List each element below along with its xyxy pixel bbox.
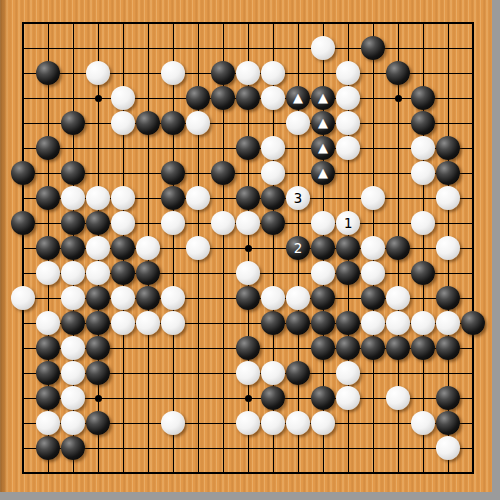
black-stone[interactable] — [261, 186, 285, 210]
black-stone[interactable] — [86, 286, 110, 310]
white-stone[interactable] — [286, 286, 310, 310]
white-stone[interactable] — [61, 411, 85, 435]
go-board[interactable]: ▲▲▲▲▲312 — [0, 0, 500, 500]
black-stone[interactable] — [136, 261, 160, 285]
black-stone[interactable] — [36, 436, 60, 460]
black-stone[interactable] — [386, 236, 410, 260]
white-stone[interactable] — [61, 186, 85, 210]
white-stone[interactable] — [336, 86, 360, 110]
black-stone[interactable] — [61, 311, 85, 335]
white-stone[interactable] — [236, 411, 260, 435]
white-stone[interactable] — [361, 261, 385, 285]
white-stone[interactable] — [336, 361, 360, 385]
black-stone[interactable] — [436, 286, 460, 310]
black-stone[interactable] — [336, 236, 360, 260]
board-shadow-bottom — [0, 492, 500, 500]
black-stone[interactable] — [411, 86, 435, 110]
black-stone[interactable] — [36, 236, 60, 260]
white-stone[interactable] — [411, 411, 435, 435]
black-stone[interactable] — [36, 386, 60, 410]
black-stone[interactable] — [36, 136, 60, 160]
white-stone[interactable] — [111, 286, 135, 310]
black-stone[interactable] — [311, 86, 335, 110]
black-stone[interactable] — [311, 236, 335, 260]
black-stone[interactable] — [361, 36, 385, 60]
white-stone[interactable] — [411, 161, 435, 185]
black-stone[interactable] — [411, 336, 435, 360]
white-stone[interactable] — [186, 236, 210, 260]
black-stone[interactable] — [61, 111, 85, 135]
go-app-window: ▲▲▲▲▲312 — [0, 0, 500, 500]
black-stone[interactable] — [236, 336, 260, 360]
black-stone[interactable] — [411, 261, 435, 285]
white-stone[interactable] — [136, 311, 160, 335]
white-stone[interactable] — [286, 111, 310, 135]
white-stone[interactable] — [186, 111, 210, 135]
black-stone[interactable] — [311, 111, 335, 135]
black-stone[interactable] — [61, 211, 85, 235]
white-stone[interactable] — [61, 336, 85, 360]
white-stone[interactable] — [336, 111, 360, 135]
black-stone[interactable] — [286, 361, 310, 385]
black-stone[interactable] — [311, 161, 335, 185]
white-stone[interactable] — [236, 61, 260, 85]
white-stone[interactable] — [86, 236, 110, 260]
white-stone[interactable] — [261, 161, 285, 185]
white-stone[interactable] — [36, 311, 60, 335]
white-stone[interactable] — [61, 286, 85, 310]
black-stone[interactable] — [236, 286, 260, 310]
white-stone[interactable] — [261, 136, 285, 160]
white-stone[interactable] — [361, 236, 385, 260]
black-stone[interactable] — [111, 261, 135, 285]
black-stone[interactable] — [411, 111, 435, 135]
white-stone[interactable] — [136, 236, 160, 260]
white-stone[interactable] — [436, 186, 460, 210]
black-stone[interactable] — [236, 136, 260, 160]
black-stone[interactable] — [211, 86, 235, 110]
black-stone[interactable] — [261, 386, 285, 410]
white-stone[interactable] — [161, 211, 185, 235]
black-stone[interactable] — [436, 136, 460, 160]
white-stone[interactable] — [261, 86, 285, 110]
white-stone[interactable] — [336, 211, 360, 235]
black-stone[interactable] — [86, 311, 110, 335]
black-stone[interactable] — [286, 236, 310, 260]
black-stone[interactable] — [336, 336, 360, 360]
black-stone[interactable] — [36, 61, 60, 85]
white-stone[interactable] — [161, 311, 185, 335]
white-stone[interactable] — [386, 286, 410, 310]
black-stone[interactable] — [361, 336, 385, 360]
white-stone[interactable] — [436, 436, 460, 460]
black-stone[interactable] — [186, 86, 210, 110]
black-stone[interactable] — [261, 311, 285, 335]
white-stone[interactable] — [336, 386, 360, 410]
black-stone[interactable] — [311, 311, 335, 335]
black-stone[interactable] — [311, 136, 335, 160]
black-stone[interactable] — [386, 336, 410, 360]
black-stone[interactable] — [236, 186, 260, 210]
board-shadow-right — [492, 0, 500, 500]
grid-line-horizontal — [22, 448, 474, 449]
black-stone[interactable] — [236, 86, 260, 110]
white-stone[interactable] — [436, 311, 460, 335]
black-stone[interactable] — [111, 236, 135, 260]
black-stone[interactable] — [11, 211, 35, 235]
black-stone[interactable] — [86, 336, 110, 360]
black-stone[interactable] — [86, 411, 110, 435]
white-stone[interactable] — [211, 211, 235, 235]
grid-line-horizontal — [22, 472, 474, 474]
white-stone[interactable] — [11, 286, 35, 310]
white-stone[interactable] — [361, 186, 385, 210]
star-point — [95, 95, 102, 102]
black-stone[interactable] — [61, 236, 85, 260]
black-stone[interactable] — [311, 286, 335, 310]
white-stone[interactable] — [311, 261, 335, 285]
black-stone[interactable] — [136, 111, 160, 135]
black-stone[interactable] — [311, 386, 335, 410]
white-stone[interactable] — [86, 186, 110, 210]
black-stone[interactable] — [211, 61, 235, 85]
white-stone[interactable] — [236, 261, 260, 285]
white-stone[interactable] — [361, 311, 385, 335]
black-stone[interactable] — [461, 311, 485, 335]
white-stone[interactable] — [111, 111, 135, 135]
white-stone[interactable] — [111, 211, 135, 235]
black-stone[interactable] — [36, 336, 60, 360]
white-stone[interactable] — [61, 386, 85, 410]
black-stone[interactable] — [36, 186, 60, 210]
star-point — [95, 395, 102, 402]
black-stone[interactable] — [261, 211, 285, 235]
white-stone[interactable] — [311, 411, 335, 435]
white-stone[interactable] — [161, 411, 185, 435]
white-stone[interactable] — [411, 311, 435, 335]
white-stone[interactable] — [261, 361, 285, 385]
black-stone[interactable] — [136, 286, 160, 310]
white-stone[interactable] — [236, 361, 260, 385]
black-stone[interactable] — [436, 336, 460, 360]
black-stone[interactable] — [436, 386, 460, 410]
white-stone[interactable] — [111, 186, 135, 210]
white-stone[interactable] — [111, 311, 135, 335]
white-stone[interactable] — [61, 261, 85, 285]
white-stone[interactable] — [86, 61, 110, 85]
white-stone[interactable] — [261, 61, 285, 85]
white-stone[interactable] — [61, 361, 85, 385]
black-stone[interactable] — [286, 86, 310, 110]
white-stone[interactable] — [286, 411, 310, 435]
white-stone[interactable] — [161, 61, 185, 85]
white-stone[interactable] — [261, 411, 285, 435]
white-stone[interactable] — [111, 86, 135, 110]
black-stone[interactable] — [361, 286, 385, 310]
white-stone[interactable] — [161, 286, 185, 310]
black-stone[interactable] — [86, 211, 110, 235]
black-stone[interactable] — [161, 111, 185, 135]
white-stone[interactable] — [336, 136, 360, 160]
black-stone[interactable] — [36, 361, 60, 385]
white-stone[interactable] — [236, 211, 260, 235]
white-stone[interactable] — [436, 236, 460, 260]
black-stone[interactable] — [61, 161, 85, 185]
black-stone[interactable] — [386, 61, 410, 85]
white-stone[interactable] — [411, 136, 435, 160]
black-stone[interactable] — [336, 261, 360, 285]
star-point — [395, 95, 402, 102]
black-stone[interactable] — [161, 186, 185, 210]
star-point — [245, 395, 252, 402]
black-stone[interactable] — [436, 411, 460, 435]
black-stone[interactable] — [286, 311, 310, 335]
grid-line-vertical — [472, 22, 474, 474]
white-stone[interactable] — [386, 386, 410, 410]
white-stone[interactable] — [336, 61, 360, 85]
white-stone[interactable] — [311, 36, 335, 60]
white-stone[interactable] — [286, 186, 310, 210]
black-stone[interactable] — [161, 161, 185, 185]
black-stone[interactable] — [311, 336, 335, 360]
black-stone[interactable] — [436, 161, 460, 185]
black-stone[interactable] — [336, 311, 360, 335]
white-stone[interactable] — [186, 186, 210, 210]
white-stone[interactable] — [411, 211, 435, 235]
white-stone[interactable] — [36, 411, 60, 435]
black-stone[interactable] — [86, 361, 110, 385]
black-stone[interactable] — [211, 161, 235, 185]
star-point — [245, 245, 252, 252]
white-stone[interactable] — [386, 311, 410, 335]
white-stone[interactable] — [86, 261, 110, 285]
white-stone[interactable] — [311, 211, 335, 235]
black-stone[interactable] — [61, 436, 85, 460]
board-left-bevel — [0, 0, 9, 500]
black-stone[interactable] — [11, 161, 35, 185]
white-stone[interactable] — [261, 286, 285, 310]
white-stone[interactable] — [36, 261, 60, 285]
